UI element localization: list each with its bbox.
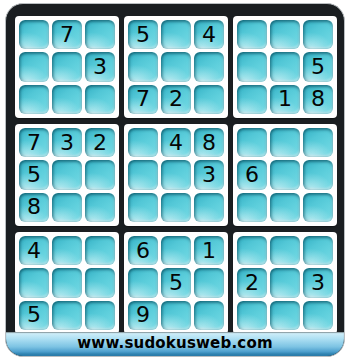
cell-r5c4[interactable]: [128, 160, 158, 189]
cell-r7c3[interactable]: [85, 236, 115, 265]
cell-r9c9[interactable]: [303, 301, 333, 330]
cell-r8c7[interactable]: 2: [237, 268, 267, 297]
cell-r4c2[interactable]: 3: [52, 128, 82, 157]
cell-r6c4[interactable]: [128, 193, 158, 222]
cell-r3c7[interactable]: [237, 85, 267, 114]
box-4: 73258: [15, 124, 119, 226]
cell-r3c5[interactable]: 2: [161, 85, 191, 114]
cell-r2c7[interactable]: [237, 52, 267, 81]
cell-r4c6[interactable]: 8: [194, 128, 224, 157]
cell-r5c2[interactable]: [52, 160, 82, 189]
cell-r2c3[interactable]: 3: [85, 52, 115, 81]
cell-r6c9[interactable]: [303, 193, 333, 222]
cell-r7c5[interactable]: [161, 236, 191, 265]
cell-r4c7[interactable]: [237, 128, 267, 157]
cell-r4c5[interactable]: 4: [161, 128, 191, 157]
cell-r8c2[interactable]: [52, 268, 82, 297]
cell-r1c3[interactable]: [85, 20, 115, 49]
cell-r2c4[interactable]: [128, 52, 158, 81]
puzzle-frame: 73 5472 518 73258 483 6 45 6159 23 www.s…: [5, 3, 345, 357]
cell-r8c9[interactable]: 3: [303, 268, 333, 297]
cell-r1c8[interactable]: [270, 20, 300, 49]
cell-r5c5[interactable]: [161, 160, 191, 189]
cell-r2c8[interactable]: [270, 52, 300, 81]
cell-r7c4[interactable]: 6: [128, 236, 158, 265]
box-5: 483: [124, 124, 228, 226]
box-8: 6159: [124, 232, 228, 334]
cell-r1c9[interactable]: [303, 20, 333, 49]
cell-r3c9[interactable]: 8: [303, 85, 333, 114]
sudoku-board: 73 5472 518 73258 483 6 45 6159 23: [15, 16, 337, 334]
cell-r7c9[interactable]: [303, 236, 333, 265]
cell-r6c1[interactable]: 8: [19, 193, 49, 222]
cell-r9c2[interactable]: [52, 301, 82, 330]
cell-r8c6[interactable]: [194, 268, 224, 297]
cell-r7c2[interactable]: [52, 236, 82, 265]
cell-r1c5[interactable]: [161, 20, 191, 49]
cell-r5c8[interactable]: [270, 160, 300, 189]
cell-r1c7[interactable]: [237, 20, 267, 49]
footer-band: www.sudokusweb.com: [6, 332, 344, 356]
box-1: 73: [15, 16, 119, 118]
cell-r3c1[interactable]: [19, 85, 49, 114]
cell-r5c7[interactable]: 6: [237, 160, 267, 189]
cell-r6c5[interactable]: [161, 193, 191, 222]
cell-r3c4[interactable]: 7: [128, 85, 158, 114]
cell-r5c3[interactable]: [85, 160, 115, 189]
cell-r7c6[interactable]: 1: [194, 236, 224, 265]
cell-r2c2[interactable]: [52, 52, 82, 81]
cell-r1c6[interactable]: 4: [194, 20, 224, 49]
cell-r3c3[interactable]: [85, 85, 115, 114]
cell-r8c8[interactable]: [270, 268, 300, 297]
cell-r6c6[interactable]: [194, 193, 224, 222]
cell-r1c2[interactable]: 7: [52, 20, 82, 49]
cell-r2c1[interactable]: [19, 52, 49, 81]
cell-r4c1[interactable]: 7: [19, 128, 49, 157]
cell-r5c1[interactable]: 5: [19, 160, 49, 189]
cell-r9c1[interactable]: 5: [19, 301, 49, 330]
cell-r3c2[interactable]: [52, 85, 82, 114]
box-9: 23: [233, 232, 337, 334]
site-url: www.sudokusweb.com: [77, 334, 272, 352]
cell-r9c7[interactable]: [237, 301, 267, 330]
cell-r8c3[interactable]: [85, 268, 115, 297]
cell-r9c4[interactable]: 9: [128, 301, 158, 330]
cell-r9c6[interactable]: [194, 301, 224, 330]
cell-r9c5[interactable]: [161, 301, 191, 330]
cell-r7c8[interactable]: [270, 236, 300, 265]
cell-r1c1[interactable]: [19, 20, 49, 49]
cell-r9c8[interactable]: [270, 301, 300, 330]
cell-r8c5[interactable]: 5: [161, 268, 191, 297]
cell-r4c3[interactable]: 2: [85, 128, 115, 157]
cell-r6c3[interactable]: [85, 193, 115, 222]
box-7: 45: [15, 232, 119, 334]
cell-r8c4[interactable]: [128, 268, 158, 297]
box-6: 6: [233, 124, 337, 226]
cell-r3c8[interactable]: 1: [270, 85, 300, 114]
cell-r2c5[interactable]: [161, 52, 191, 81]
box-2: 5472: [124, 16, 228, 118]
cell-r6c7[interactable]: [237, 193, 267, 222]
cell-r5c9[interactable]: [303, 160, 333, 189]
cell-r4c8[interactable]: [270, 128, 300, 157]
cell-r5c6[interactable]: 3: [194, 160, 224, 189]
cell-r7c1[interactable]: 4: [19, 236, 49, 265]
cell-r1c4[interactable]: 5: [128, 20, 158, 49]
cell-r4c4[interactable]: [128, 128, 158, 157]
cell-r6c2[interactable]: [52, 193, 82, 222]
cell-r7c7[interactable]: [237, 236, 267, 265]
cell-r2c6[interactable]: [194, 52, 224, 81]
sudoku-page: 73 5472 518 73258 483 6 45 6159 23 www.s…: [0, 0, 350, 360]
box-3: 518: [233, 16, 337, 118]
cell-r8c1[interactable]: [19, 268, 49, 297]
cell-r9c3[interactable]: [85, 301, 115, 330]
cell-r4c9[interactable]: [303, 128, 333, 157]
cell-r2c9[interactable]: 5: [303, 52, 333, 81]
cell-r3c6[interactable]: [194, 85, 224, 114]
cell-r6c8[interactable]: [270, 193, 300, 222]
